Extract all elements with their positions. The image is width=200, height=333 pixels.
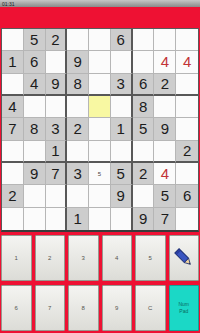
cell-r8c2[interactable] xyxy=(24,185,46,207)
cell-r5c1[interactable]: 7 xyxy=(2,118,24,140)
cell-r5c2[interactable]: 8 xyxy=(24,118,46,140)
cell-r5c4[interactable]: 2 xyxy=(67,118,89,140)
cell-r1c5[interactable] xyxy=(89,29,111,51)
cell-r4c1[interactable]: 4 xyxy=(2,96,24,118)
cell-r3c5[interactable] xyxy=(89,74,111,96)
cell-r2c7[interactable] xyxy=(133,51,155,73)
cell-r8c3[interactable] xyxy=(46,185,68,207)
cell-r1c8[interactable] xyxy=(154,29,176,51)
cell-r3c4[interactable]: 8 xyxy=(67,74,89,96)
cell-r9c3[interactable] xyxy=(46,208,68,230)
cell-r6c8[interactable] xyxy=(154,141,176,163)
cell-r7c6[interactable]: 5 xyxy=(111,163,133,185)
cell-r1c4[interactable] xyxy=(67,29,89,51)
title-bar xyxy=(0,7,200,28)
cell-r8c6[interactable]: 9 xyxy=(111,185,133,207)
keypad-row-2: 6 7 8 9 C Num Pad xyxy=(1,285,199,331)
cell-r6c6[interactable] xyxy=(111,141,133,163)
sudoku-board: 526169444983624878321591297355242956197 xyxy=(1,28,199,232)
cell-r2c5[interactable] xyxy=(89,51,111,73)
cell-r2c2[interactable]: 6 xyxy=(24,51,46,73)
key-9[interactable]: 9 xyxy=(102,285,133,331)
cell-r7c4[interactable]: 3 xyxy=(67,163,89,185)
cell-r5c3[interactable]: 3 xyxy=(46,118,68,140)
cell-r5c7[interactable]: 5 xyxy=(133,118,155,140)
cell-r7c7[interactable]: 2 xyxy=(133,163,155,185)
key-clear[interactable]: C xyxy=(135,285,166,331)
cell-r5c5[interactable] xyxy=(89,118,111,140)
app-screen: 01:31 5261694449836248783215912973552429… xyxy=(0,0,200,333)
key-3[interactable]: 3 xyxy=(68,235,99,281)
cell-r2c1[interactable]: 1 xyxy=(2,51,24,73)
cell-r4c9[interactable] xyxy=(176,96,198,118)
key-4[interactable]: 4 xyxy=(102,235,133,281)
number-keypad: 1 2 3 4 5 6 7 xyxy=(0,232,200,333)
cell-r4c7[interactable]: 8 xyxy=(133,96,155,118)
cell-r3c3[interactable]: 9 xyxy=(46,74,68,96)
key-6[interactable]: 6 xyxy=(1,285,32,331)
cell-r6c1[interactable] xyxy=(2,141,24,163)
keypad-row-1: 1 2 3 4 5 xyxy=(1,235,199,281)
cell-r7c5[interactable]: 5 xyxy=(89,163,111,185)
cell-r1c7[interactable] xyxy=(133,29,155,51)
cell-r1c1[interactable] xyxy=(2,29,24,51)
numpad-label-line2: Pad xyxy=(179,308,188,315)
cell-r8c4[interactable] xyxy=(67,185,89,207)
cell-r1c9[interactable] xyxy=(176,29,198,51)
cell-r8c5[interactable] xyxy=(89,185,111,207)
numpad-label-line1: Num xyxy=(178,301,189,308)
cell-r3c6[interactable]: 3 xyxy=(111,74,133,96)
cell-r1c3[interactable]: 2 xyxy=(46,29,68,51)
cell-r2c8[interactable]: 4 xyxy=(154,51,176,73)
pencil-icon xyxy=(172,246,196,270)
cell-r8c8[interactable]: 5 xyxy=(154,185,176,207)
cell-r2c3[interactable] xyxy=(46,51,68,73)
cell-r7c8[interactable]: 4 xyxy=(154,163,176,185)
cell-r4c6[interactable] xyxy=(111,96,133,118)
cell-r3c8[interactable]: 2 xyxy=(154,74,176,96)
cell-r6c7[interactable] xyxy=(133,141,155,163)
cell-r3c9[interactable] xyxy=(176,74,198,96)
cell-r8c1[interactable]: 2 xyxy=(2,185,24,207)
cell-r4c4[interactable] xyxy=(67,96,89,118)
cell-r9c1[interactable] xyxy=(2,208,24,230)
cell-r7c2[interactable]: 9 xyxy=(24,163,46,185)
cell-r6c3[interactable]: 1 xyxy=(46,141,68,163)
cell-r2c9[interactable]: 4 xyxy=(176,51,198,73)
cell-r6c5[interactable] xyxy=(89,141,111,163)
cell-r9c5[interactable] xyxy=(89,208,111,230)
pencil-note: 5 xyxy=(98,171,101,177)
key-1[interactable]: 1 xyxy=(1,235,32,281)
cell-r9c2[interactable] xyxy=(24,208,46,230)
cell-r8c9[interactable]: 6 xyxy=(176,185,198,207)
cell-r9c7[interactable]: 9 xyxy=(133,208,155,230)
cell-r2c4[interactable]: 9 xyxy=(67,51,89,73)
key-7[interactable]: 7 xyxy=(35,285,66,331)
cell-r1c6[interactable]: 6 xyxy=(111,29,133,51)
key-8[interactable]: 8 xyxy=(68,285,99,331)
cell-r4c3[interactable] xyxy=(46,96,68,118)
cell-r3c7[interactable]: 6 xyxy=(133,74,155,96)
cell-r6c4[interactable] xyxy=(67,141,89,163)
cell-r5c9[interactable] xyxy=(176,118,198,140)
cell-r9c6[interactable] xyxy=(111,208,133,230)
key-5[interactable]: 5 xyxy=(135,235,166,281)
cell-r4c8[interactable] xyxy=(154,96,176,118)
cell-r2c6[interactable] xyxy=(111,51,133,73)
key-2[interactable]: 2 xyxy=(35,235,66,281)
cell-r9c8[interactable]: 7 xyxy=(154,208,176,230)
cell-r6c2[interactable] xyxy=(24,141,46,163)
pencil-mode-button[interactable] xyxy=(169,235,200,281)
cell-r9c4[interactable]: 1 xyxy=(67,208,89,230)
cell-r6c9[interactable]: 2 xyxy=(176,141,198,163)
cell-r8c7[interactable] xyxy=(133,185,155,207)
cell-r4c5[interactable] xyxy=(89,96,111,118)
cell-r3c1[interactable] xyxy=(2,74,24,96)
cell-r5c6[interactable]: 1 xyxy=(111,118,133,140)
cell-r5c8[interactable]: 9 xyxy=(154,118,176,140)
cell-r1c2[interactable]: 5 xyxy=(24,29,46,51)
cell-r4c2[interactable] xyxy=(24,96,46,118)
status-bar: 01:31 xyxy=(0,0,200,7)
numpad-button[interactable]: Num Pad xyxy=(169,285,200,331)
cell-r9c9[interactable] xyxy=(176,208,198,230)
cell-r7c9[interactable] xyxy=(176,163,198,185)
cell-r3c2[interactable]: 4 xyxy=(24,74,46,96)
cell-r7c3[interactable]: 7 xyxy=(46,163,68,185)
timer-text: 01:31 xyxy=(2,1,15,7)
cell-r7c1[interactable] xyxy=(2,163,24,185)
